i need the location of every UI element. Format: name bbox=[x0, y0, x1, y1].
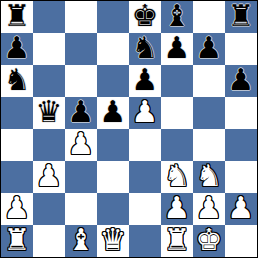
square-c5[interactable]: ♟ bbox=[65, 97, 97, 129]
square-e5[interactable]: ♟ bbox=[129, 97, 161, 129]
square-a2[interactable]: ♟ bbox=[1, 193, 33, 225]
square-b7[interactable] bbox=[33, 33, 65, 65]
square-e3[interactable] bbox=[129, 161, 161, 193]
square-c2[interactable] bbox=[65, 193, 97, 225]
square-d1[interactable]: ♛ bbox=[97, 225, 129, 257]
piece-white-pawn: ♟ bbox=[68, 129, 95, 160]
square-h8[interactable]: ♜ bbox=[225, 1, 257, 33]
piece-black-pawn: ♟ bbox=[4, 33, 31, 64]
square-h7[interactable] bbox=[225, 33, 257, 65]
square-b8[interactable] bbox=[33, 1, 65, 33]
piece-white-pawn: ♟ bbox=[196, 193, 223, 224]
square-a6[interactable]: ♞ bbox=[1, 65, 33, 97]
square-e2[interactable] bbox=[129, 193, 161, 225]
square-f1[interactable]: ♜ bbox=[161, 225, 193, 257]
square-a3[interactable] bbox=[1, 161, 33, 193]
square-c1[interactable]: ♝ bbox=[65, 225, 97, 257]
piece-black-pawn: ♟ bbox=[196, 33, 223, 64]
piece-white-pawn: ♟ bbox=[4, 193, 31, 224]
square-b3[interactable]: ♟ bbox=[33, 161, 65, 193]
square-d5[interactable]: ♟ bbox=[97, 97, 129, 129]
square-g1[interactable]: ♚ bbox=[193, 225, 225, 257]
piece-black-pawn: ♟ bbox=[132, 65, 159, 96]
square-a1[interactable]: ♜ bbox=[1, 225, 33, 257]
square-f2[interactable]: ♟ bbox=[161, 193, 193, 225]
piece-white-pawn: ♟ bbox=[228, 193, 255, 224]
square-g6[interactable] bbox=[193, 65, 225, 97]
piece-black-pawn: ♟ bbox=[164, 33, 191, 64]
square-h5[interactable] bbox=[225, 97, 257, 129]
square-h3[interactable] bbox=[225, 161, 257, 193]
piece-white-queen: ♛ bbox=[100, 225, 127, 256]
square-b1[interactable] bbox=[33, 225, 65, 257]
square-g7[interactable]: ♟ bbox=[193, 33, 225, 65]
square-b2[interactable] bbox=[33, 193, 65, 225]
square-d3[interactable] bbox=[97, 161, 129, 193]
piece-black-knight: ♞ bbox=[132, 33, 159, 64]
square-f6[interactable] bbox=[161, 65, 193, 97]
piece-white-pawn: ♟ bbox=[132, 97, 159, 128]
square-a5[interactable] bbox=[1, 97, 33, 129]
square-d7[interactable] bbox=[97, 33, 129, 65]
square-g4[interactable] bbox=[193, 129, 225, 161]
square-d4[interactable] bbox=[97, 129, 129, 161]
square-c7[interactable] bbox=[65, 33, 97, 65]
square-c6[interactable] bbox=[65, 65, 97, 97]
square-g8[interactable] bbox=[193, 1, 225, 33]
piece-black-pawn: ♟ bbox=[68, 97, 95, 128]
piece-black-pawn: ♟ bbox=[228, 65, 255, 96]
square-e7[interactable]: ♞ bbox=[129, 33, 161, 65]
square-h1[interactable] bbox=[225, 225, 257, 257]
square-g2[interactable]: ♟ bbox=[193, 193, 225, 225]
piece-white-knight: ♞ bbox=[164, 161, 191, 192]
square-b6[interactable] bbox=[33, 65, 65, 97]
square-f7[interactable]: ♟ bbox=[161, 33, 193, 65]
piece-white-pawn: ♟ bbox=[164, 193, 191, 224]
piece-black-rook: ♜ bbox=[4, 1, 31, 32]
piece-white-bishop: ♝ bbox=[68, 225, 95, 256]
square-d8[interactable] bbox=[97, 1, 129, 33]
square-d2[interactable] bbox=[97, 193, 129, 225]
square-b4[interactable] bbox=[33, 129, 65, 161]
piece-white-rook: ♜ bbox=[4, 225, 31, 256]
square-c4[interactable]: ♟ bbox=[65, 129, 97, 161]
square-h6[interactable]: ♟ bbox=[225, 65, 257, 97]
piece-black-rook: ♜ bbox=[228, 1, 255, 32]
piece-white-knight: ♞ bbox=[196, 161, 223, 192]
square-e8[interactable]: ♚ bbox=[129, 1, 161, 33]
chess-board-window: ♜♚♝♜♟♞♟♟♞♟♟♛♟♟♟♟♟♞♞♟♟♟♟♜♝♛♜♚ bbox=[0, 0, 258, 258]
piece-black-knight: ♞ bbox=[4, 65, 31, 96]
piece-black-bishop: ♝ bbox=[164, 1, 191, 32]
square-d6[interactable] bbox=[97, 65, 129, 97]
square-e6[interactable]: ♟ bbox=[129, 65, 161, 97]
square-e1[interactable] bbox=[129, 225, 161, 257]
piece-black-king: ♚ bbox=[132, 1, 159, 32]
square-f8[interactable]: ♝ bbox=[161, 1, 193, 33]
square-a7[interactable]: ♟ bbox=[1, 33, 33, 65]
square-h2[interactable]: ♟ bbox=[225, 193, 257, 225]
piece-white-king: ♚ bbox=[196, 225, 223, 256]
piece-black-queen: ♛ bbox=[36, 97, 63, 128]
square-g5[interactable] bbox=[193, 97, 225, 129]
piece-black-pawn: ♟ bbox=[100, 97, 127, 128]
square-c8[interactable] bbox=[65, 1, 97, 33]
square-b5[interactable]: ♛ bbox=[33, 97, 65, 129]
square-c3[interactable] bbox=[65, 161, 97, 193]
chess-board: ♜♚♝♜♟♞♟♟♞♟♟♛♟♟♟♟♟♞♞♟♟♟♟♜♝♛♜♚ bbox=[0, 0, 258, 258]
square-e4[interactable] bbox=[129, 129, 161, 161]
square-f3[interactable]: ♞ bbox=[161, 161, 193, 193]
piece-white-pawn: ♟ bbox=[36, 161, 63, 192]
square-a8[interactable]: ♜ bbox=[1, 1, 33, 33]
square-f4[interactable] bbox=[161, 129, 193, 161]
square-f5[interactable] bbox=[161, 97, 193, 129]
piece-white-rook: ♜ bbox=[164, 225, 191, 256]
square-h4[interactable] bbox=[225, 129, 257, 161]
square-g3[interactable]: ♞ bbox=[193, 161, 225, 193]
square-a4[interactable] bbox=[1, 129, 33, 161]
